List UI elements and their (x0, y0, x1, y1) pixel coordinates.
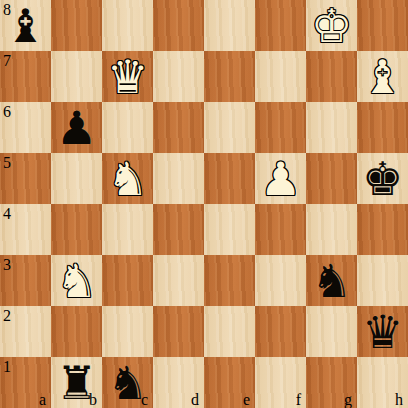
square-e7[interactable] (204, 51, 255, 102)
square-c5[interactable]: ♞ (102, 153, 153, 204)
square-f1[interactable]: f (255, 357, 306, 408)
square-d6[interactable] (153, 102, 204, 153)
square-c7[interactable]: ♛ (102, 51, 153, 102)
file-label-b: b (89, 391, 97, 408)
piece-white-queen[interactable]: ♛ (102, 51, 153, 102)
square-g5[interactable] (306, 153, 357, 204)
square-c4[interactable] (102, 204, 153, 255)
square-c3[interactable] (102, 255, 153, 306)
square-d8[interactable] (153, 0, 204, 51)
square-c6[interactable] (102, 102, 153, 153)
square-g8[interactable]: ♚ (306, 0, 357, 51)
square-h5[interactable]: ♚ (357, 153, 408, 204)
square-h1[interactable]: h (357, 357, 408, 408)
file-label-f: f (296, 391, 301, 408)
square-d2[interactable] (153, 306, 204, 357)
file-label-a: a (39, 391, 46, 408)
rank-label-7: 7 (3, 51, 11, 70)
square-e4[interactable] (204, 204, 255, 255)
square-b3[interactable]: ♞ (51, 255, 102, 306)
square-e8[interactable] (204, 0, 255, 51)
piece-white-bishop[interactable]: ♝ (357, 51, 408, 102)
piece-black-knight[interactable]: ♞ (306, 255, 357, 306)
piece-white-king[interactable]: ♚ (306, 0, 357, 51)
square-c8[interactable] (102, 0, 153, 51)
square-f8[interactable] (255, 0, 306, 51)
rank-label-8: 8 (3, 0, 11, 19)
square-e3[interactable] (204, 255, 255, 306)
rank-label-2: 2 (3, 306, 11, 325)
piece-white-knight[interactable]: ♞ (51, 255, 102, 306)
square-a1[interactable]: 1a (0, 357, 51, 408)
square-h8[interactable] (357, 0, 408, 51)
rank-label-5: 5 (3, 153, 11, 172)
file-label-d: d (191, 391, 199, 408)
square-g3[interactable]: ♞ (306, 255, 357, 306)
square-d5[interactable] (153, 153, 204, 204)
rank-label-3: 3 (3, 255, 11, 274)
file-label-h: h (395, 391, 403, 408)
square-g6[interactable] (306, 102, 357, 153)
square-e2[interactable] (204, 306, 255, 357)
square-d7[interactable] (153, 51, 204, 102)
square-h7[interactable]: ♝ (357, 51, 408, 102)
square-a7[interactable]: 7 (0, 51, 51, 102)
square-g2[interactable] (306, 306, 357, 357)
square-a8[interactable]: ♝8 (0, 0, 51, 51)
square-f4[interactable] (255, 204, 306, 255)
square-f3[interactable] (255, 255, 306, 306)
square-e5[interactable] (204, 153, 255, 204)
piece-black-queen[interactable]: ♛ (357, 306, 408, 357)
piece-black-king[interactable]: ♚ (357, 153, 408, 204)
square-h6[interactable] (357, 102, 408, 153)
square-h3[interactable] (357, 255, 408, 306)
square-f6[interactable] (255, 102, 306, 153)
rank-label-1: 1 (3, 357, 11, 376)
square-f5[interactable]: ♟ (255, 153, 306, 204)
chess-board: ♝8♚7♛♝6♟5♞♟♚43♞♞2♛1a♜b♞cdefgh (0, 0, 408, 408)
square-h4[interactable] (357, 204, 408, 255)
square-e6[interactable] (204, 102, 255, 153)
square-b6[interactable]: ♟ (51, 102, 102, 153)
rank-label-6: 6 (3, 102, 11, 121)
piece-white-knight[interactable]: ♞ (102, 153, 153, 204)
square-g1[interactable]: g (306, 357, 357, 408)
square-b8[interactable] (51, 0, 102, 51)
square-a3[interactable]: 3 (0, 255, 51, 306)
square-e1[interactable]: e (204, 357, 255, 408)
square-a4[interactable]: 4 (0, 204, 51, 255)
file-label-c: c (141, 391, 148, 408)
square-b1[interactable]: ♜b (51, 357, 102, 408)
square-d3[interactable] (153, 255, 204, 306)
square-b5[interactable] (51, 153, 102, 204)
square-g4[interactable] (306, 204, 357, 255)
file-label-e: e (243, 391, 250, 408)
square-f7[interactable] (255, 51, 306, 102)
square-h2[interactable]: ♛ (357, 306, 408, 357)
square-a2[interactable]: 2 (0, 306, 51, 357)
square-a5[interactable]: 5 (0, 153, 51, 204)
square-c2[interactable] (102, 306, 153, 357)
square-b7[interactable] (51, 51, 102, 102)
square-b2[interactable] (51, 306, 102, 357)
square-b4[interactable] (51, 204, 102, 255)
square-d1[interactable]: d (153, 357, 204, 408)
file-label-g: g (344, 391, 352, 408)
piece-black-pawn[interactable]: ♟ (51, 102, 102, 153)
square-c1[interactable]: ♞c (102, 357, 153, 408)
piece-white-pawn[interactable]: ♟ (255, 153, 306, 204)
square-a6[interactable]: 6 (0, 102, 51, 153)
square-d4[interactable] (153, 204, 204, 255)
square-g7[interactable] (306, 51, 357, 102)
rank-label-4: 4 (3, 204, 11, 223)
square-f2[interactable] (255, 306, 306, 357)
